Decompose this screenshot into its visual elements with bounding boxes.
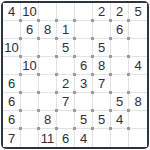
clue-cell: 6 (21, 21, 39, 39)
cell[interactable] (111, 75, 129, 93)
clue-cell: 1 (57, 21, 75, 39)
clue-cell: 6 (75, 57, 93, 75)
clue-cell: 6 (111, 21, 129, 39)
cell[interactable] (21, 111, 39, 129)
clue-cell: 2 (93, 3, 111, 21)
clue-cell: 5 (93, 111, 111, 129)
clue-cell: 8 (93, 57, 111, 75)
cell[interactable] (3, 57, 21, 75)
clue-cell: 6 (3, 111, 21, 129)
clue-cell: 8 (129, 93, 147, 111)
cell[interactable] (57, 3, 75, 21)
clue-cell: 10 (21, 57, 39, 75)
cell[interactable] (39, 75, 57, 93)
cell[interactable] (129, 39, 147, 57)
cell[interactable] (129, 111, 147, 129)
clue-cell: 4 (75, 129, 93, 147)
cell[interactable] (75, 39, 93, 57)
clue-cell: 6 (57, 129, 75, 147)
clue-cell: 5 (111, 93, 129, 111)
clue-cell: 3 (75, 75, 93, 93)
cell[interactable] (93, 93, 111, 111)
clue-cell: 10 (21, 3, 39, 21)
clue-cell: 7 (57, 93, 75, 111)
cell[interactable] (21, 75, 39, 93)
clue-cell: 5 (93, 39, 111, 57)
cell[interactable] (39, 93, 57, 111)
clue-cell: 5 (57, 39, 75, 57)
cell[interactable] (129, 21, 147, 39)
cell[interactable] (111, 57, 129, 75)
clue-cell: 7 (3, 129, 21, 147)
cell[interactable] (93, 21, 111, 39)
cell[interactable] (129, 129, 147, 147)
clue-cell: 4 (3, 3, 21, 21)
cell[interactable] (57, 57, 75, 75)
clue-cell: 8 (39, 21, 57, 39)
clue-cell: 6 (3, 93, 21, 111)
cell[interactable] (39, 57, 57, 75)
cell[interactable] (129, 75, 147, 93)
puzzle-board: 4102256816105510684623767586855471164 (1, 1, 149, 149)
cell[interactable] (111, 129, 129, 147)
cell[interactable] (39, 39, 57, 57)
cell[interactable] (21, 93, 39, 111)
puzzle-grid: 4102256816105510684623767586855471164 (3, 3, 147, 147)
clue-cell: 5 (75, 111, 93, 129)
cell[interactable] (75, 21, 93, 39)
clue-cell: 5 (129, 3, 147, 21)
cell[interactable] (21, 129, 39, 147)
cell[interactable] (57, 111, 75, 129)
cell[interactable] (21, 39, 39, 57)
clue-cell: 2 (57, 75, 75, 93)
clue-cell: 2 (111, 3, 129, 21)
clue-cell: 4 (111, 111, 129, 129)
cell[interactable] (75, 93, 93, 111)
clue-cell: 11 (39, 129, 57, 147)
cell[interactable] (39, 3, 57, 21)
cell[interactable] (3, 21, 21, 39)
cell[interactable] (75, 3, 93, 21)
clue-cell: 8 (39, 111, 57, 129)
cell[interactable] (93, 129, 111, 147)
clue-cell: 6 (3, 75, 21, 93)
clue-cell: 7 (93, 75, 111, 93)
cell[interactable] (111, 39, 129, 57)
clue-cell: 4 (129, 57, 147, 75)
clue-cell: 10 (3, 39, 21, 57)
